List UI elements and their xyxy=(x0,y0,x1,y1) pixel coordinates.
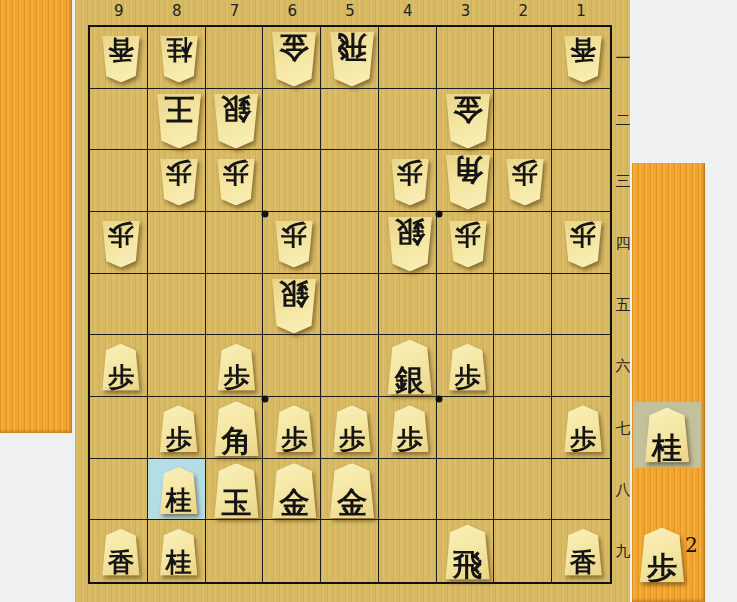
gote-piece-銀-44[interactable]: 銀 xyxy=(387,216,433,271)
piece-kanji: 歩 xyxy=(223,363,249,390)
sente-piece-角-77[interactable]: 角 xyxy=(213,401,259,456)
piece-kanji: 銀 xyxy=(221,93,251,125)
file-label-4: 4 xyxy=(403,2,413,20)
gote-piece-歩-34[interactable]: 歩 xyxy=(448,220,487,267)
piece-kanji: 歩 xyxy=(455,220,481,247)
square-2-1[interactable] xyxy=(494,27,552,89)
sente-hand-piece-歩[interactable]: 歩 xyxy=(639,528,685,583)
square-2-4[interactable] xyxy=(494,212,552,274)
piece-kanji: 歩 xyxy=(455,363,481,390)
gote-piece-金-61[interactable]: 金 xyxy=(271,31,317,86)
piece-kanji: 歩 xyxy=(108,220,134,247)
gote-piece-王-82[interactable]: 王 xyxy=(156,93,202,148)
piece-tile: 桂 xyxy=(644,408,690,463)
square-4-1[interactable] xyxy=(379,27,437,89)
piece-tile: 角 xyxy=(445,155,491,210)
square-3-7[interactable] xyxy=(437,397,495,459)
square-5-4[interactable] xyxy=(321,212,379,274)
gote-piece-歩-94[interactable]: 歩 xyxy=(101,220,140,267)
piece-tile: 金 xyxy=(271,31,317,86)
piece-tile: 飛 xyxy=(329,31,375,86)
piece-kanji: 飛 xyxy=(453,548,483,580)
square-1-3[interactable] xyxy=(552,150,610,212)
square-3-5[interactable] xyxy=(437,274,495,336)
square-1-8[interactable] xyxy=(552,459,610,521)
gote-piece-金-32[interactable]: 金 xyxy=(445,93,491,148)
piece-tile: 歩 xyxy=(217,159,256,206)
piece-tile: 銀 xyxy=(387,216,433,271)
piece-tile: 歩 xyxy=(448,220,487,267)
square-9-3[interactable] xyxy=(90,150,148,212)
rank-label-6: 六 xyxy=(616,357,631,376)
sente-piece-歩-67[interactable]: 歩 xyxy=(275,405,314,452)
piece-kanji: 歩 xyxy=(397,159,423,186)
piece-tile: 金 xyxy=(329,463,375,518)
piece-kanji: 歩 xyxy=(108,363,134,390)
piece-tile: 歩 xyxy=(564,405,603,452)
piece-kanji: 歩 xyxy=(166,159,192,186)
piece-kanji: 歩 xyxy=(570,425,596,452)
piece-kanji: 歩 xyxy=(512,159,538,186)
square-2-2[interactable] xyxy=(494,89,552,151)
piece-tile: 歩 xyxy=(159,159,198,206)
board-grid[interactable]: 香桂金飛香王銀金歩歩歩角歩歩歩銀歩歩銀歩歩銀歩歩角歩歩歩歩桂玉金金香桂飛香 xyxy=(88,25,612,584)
piece-tile: 桂 xyxy=(159,467,198,514)
sente-piece-香-19[interactable]: 香 xyxy=(564,529,603,576)
sente-piece-歩-87[interactable]: 歩 xyxy=(159,405,198,452)
piece-kanji: 歩 xyxy=(647,551,677,583)
gote-hand-stand xyxy=(0,0,72,433)
piece-tile: 金 xyxy=(271,463,317,518)
square-4-5[interactable] xyxy=(379,274,437,336)
piece-tile: 王 xyxy=(156,93,202,148)
gote-piece-歩-43[interactable]: 歩 xyxy=(390,159,429,206)
file-label-6: 6 xyxy=(287,2,297,20)
sente-hand-stand: 桂歩2 xyxy=(632,163,705,602)
piece-tile: 歩 xyxy=(333,405,372,452)
piece-kanji: 飛 xyxy=(337,31,367,63)
piece-tile: 香 xyxy=(564,35,603,82)
file-label-1: 1 xyxy=(576,2,586,20)
piece-kanji: 金 xyxy=(453,93,483,125)
piece-kanji: 歩 xyxy=(223,159,249,186)
square-7-5[interactable] xyxy=(206,274,264,336)
square-2-9[interactable] xyxy=(494,520,552,582)
piece-kanji: 金 xyxy=(337,487,367,519)
piece-kanji: 銀 xyxy=(279,278,309,310)
sente-piece-桂-89[interactable]: 桂 xyxy=(159,529,198,576)
piece-kanji: 桂 xyxy=(166,35,192,62)
square-2-7[interactable] xyxy=(494,397,552,459)
square-5-6[interactable] xyxy=(321,335,379,397)
sente-piece-銀-46[interactable]: 銀 xyxy=(387,340,433,395)
piece-tile: 桂 xyxy=(159,529,198,576)
piece-tile: 歩 xyxy=(639,528,685,583)
piece-tile: 歩 xyxy=(448,344,487,391)
square-7-1[interactable] xyxy=(206,27,264,89)
piece-tile: 歩 xyxy=(101,344,140,391)
sente-piece-金-58[interactable]: 金 xyxy=(329,463,375,518)
rank-label-8: 八 xyxy=(616,480,631,499)
file-label-2: 2 xyxy=(519,2,529,20)
square-1-5[interactable] xyxy=(552,274,610,336)
piece-kanji: 歩 xyxy=(397,425,423,452)
piece-tile: 角 xyxy=(213,401,259,456)
shogi-board: 987654321 一二三四五六七八九 香桂金飛香王銀金歩歩歩角歩歩歩銀歩歩銀歩… xyxy=(75,0,630,602)
piece-tile: 金 xyxy=(445,93,491,148)
piece-kanji: 金 xyxy=(279,31,309,63)
piece-kanji: 金 xyxy=(279,487,309,519)
square-7-9[interactable] xyxy=(206,520,264,582)
square-7-4[interactable] xyxy=(206,212,264,274)
sente-piece-歩-76[interactable]: 歩 xyxy=(217,344,256,391)
gote-piece-桂-81[interactable]: 桂 xyxy=(159,35,198,82)
file-labels: 987654321 xyxy=(88,0,612,24)
piece-kanji: 桂 xyxy=(166,487,192,514)
star-point xyxy=(262,211,269,218)
piece-kanji: 歩 xyxy=(281,425,307,452)
square-6-2[interactable] xyxy=(263,89,321,151)
piece-tile: 歩 xyxy=(390,159,429,206)
square-6-6[interactable] xyxy=(263,335,321,397)
rank-label-1: 一 xyxy=(616,48,631,67)
piece-tile: 歩 xyxy=(564,220,603,267)
rank-label-9: 九 xyxy=(616,542,631,561)
square-3-8[interactable] xyxy=(437,459,495,521)
square-5-5[interactable] xyxy=(321,274,379,336)
square-9-2[interactable] xyxy=(90,89,148,151)
gote-piece-歩-73[interactable]: 歩 xyxy=(217,159,256,206)
piece-kanji: 香 xyxy=(570,548,596,575)
piece-kanji: 銀 xyxy=(395,363,425,395)
piece-kanji: 香 xyxy=(108,548,134,575)
file-label-3: 3 xyxy=(461,2,471,20)
square-8-4[interactable] xyxy=(148,212,206,274)
rank-label-3: 三 xyxy=(616,172,631,191)
star-point xyxy=(435,211,442,218)
piece-kanji: 歩 xyxy=(166,425,192,452)
star-point xyxy=(262,396,269,403)
sente-piece-桂-88[interactable]: 桂 xyxy=(159,467,198,514)
square-8-5[interactable] xyxy=(148,274,206,336)
file-label-9: 9 xyxy=(114,2,124,20)
square-2-6[interactable] xyxy=(494,335,552,397)
piece-tile: 歩 xyxy=(159,405,198,452)
rank-label-7: 七 xyxy=(616,418,631,437)
square-9-7[interactable] xyxy=(90,397,148,459)
square-4-9[interactable] xyxy=(379,520,437,582)
piece-tile: 歩 xyxy=(390,405,429,452)
sente-piece-歩-96[interactable]: 歩 xyxy=(101,344,140,391)
gote-piece-歩-23[interactable]: 歩 xyxy=(506,159,545,206)
piece-kanji: 銀 xyxy=(395,216,425,248)
sente-piece-香-99[interactable]: 香 xyxy=(101,529,140,576)
gote-piece-香-11[interactable]: 香 xyxy=(564,35,603,82)
piece-kanji: 桂 xyxy=(652,431,682,463)
rank-label-5: 五 xyxy=(616,295,631,314)
file-label-5: 5 xyxy=(345,2,355,20)
piece-kanji: 王 xyxy=(164,93,194,125)
piece-tile: 桂 xyxy=(159,35,198,82)
gote-piece-歩-64[interactable]: 歩 xyxy=(275,220,314,267)
rank-labels: 一二三四五六七八九 xyxy=(612,25,634,584)
gote-piece-角-33[interactable]: 角 xyxy=(445,155,491,210)
piece-tile: 香 xyxy=(101,529,140,576)
piece-tile: 銀 xyxy=(213,93,259,148)
sente-piece-歩-57[interactable]: 歩 xyxy=(333,405,372,452)
piece-kanji: 玉 xyxy=(221,487,251,519)
piece-tile: 歩 xyxy=(275,220,314,267)
square-1-6[interactable] xyxy=(552,335,610,397)
piece-tile: 歩 xyxy=(217,344,256,391)
piece-tile: 飛 xyxy=(445,525,491,580)
piece-tile: 銀 xyxy=(271,278,317,333)
gote-piece-銀-72[interactable]: 銀 xyxy=(213,93,259,148)
square-9-5[interactable] xyxy=(90,274,148,336)
piece-tile: 歩 xyxy=(275,405,314,452)
square-5-2[interactable] xyxy=(321,89,379,151)
square-9-8[interactable] xyxy=(90,459,148,521)
square-6-9[interactable] xyxy=(263,520,321,582)
piece-tile: 玉 xyxy=(213,463,259,518)
sente-piece-飛-39[interactable]: 飛 xyxy=(445,525,491,580)
sente-piece-金-68[interactable]: 金 xyxy=(271,463,317,518)
square-5-9[interactable] xyxy=(321,520,379,582)
square-5-3[interactable] xyxy=(321,150,379,212)
square-6-3[interactable] xyxy=(263,150,321,212)
star-point xyxy=(435,396,442,403)
piece-kanji: 歩 xyxy=(339,425,365,452)
piece-tile: 香 xyxy=(564,529,603,576)
piece-kanji: 角 xyxy=(221,425,251,457)
rank-label-2: 二 xyxy=(616,110,631,129)
sente-piece-歩-47[interactable]: 歩 xyxy=(390,405,429,452)
square-3-1[interactable] xyxy=(437,27,495,89)
square-8-6[interactable] xyxy=(148,335,206,397)
piece-tile: 歩 xyxy=(506,159,545,206)
rank-label-4: 四 xyxy=(616,233,631,252)
square-2-8[interactable] xyxy=(494,459,552,521)
piece-tile: 香 xyxy=(101,35,140,82)
piece-kanji: 角 xyxy=(453,155,483,187)
square-1-2[interactable] xyxy=(552,89,610,151)
piece-kanji: 歩 xyxy=(281,220,307,247)
file-label-8: 8 xyxy=(172,2,182,20)
hand-piece-count: 2 xyxy=(685,533,698,557)
sente-hand-piece-桂[interactable]: 桂 xyxy=(644,408,690,463)
square-2-5[interactable] xyxy=(494,274,552,336)
piece-tile: 歩 xyxy=(101,220,140,267)
piece-tile: 銀 xyxy=(387,340,433,395)
square-4-8[interactable] xyxy=(379,459,437,521)
gote-piece-歩-83[interactable]: 歩 xyxy=(159,159,198,206)
gote-piece-歩-14[interactable]: 歩 xyxy=(564,220,603,267)
sente-piece-歩-36[interactable]: 歩 xyxy=(448,344,487,391)
gote-piece-銀-65[interactable]: 銀 xyxy=(271,278,317,333)
file-label-7: 7 xyxy=(230,2,240,20)
gote-piece-飛-51[interactable]: 飛 xyxy=(329,31,375,86)
square-4-2[interactable] xyxy=(379,89,437,151)
piece-kanji: 香 xyxy=(570,35,596,62)
piece-kanji: 歩 xyxy=(570,220,596,247)
sente-piece-玉-78[interactable]: 玉 xyxy=(213,463,259,518)
piece-kanji: 香 xyxy=(108,35,134,62)
piece-kanji: 桂 xyxy=(166,548,192,575)
gote-piece-香-91[interactable]: 香 xyxy=(101,35,140,82)
sente-piece-歩-17[interactable]: 歩 xyxy=(564,405,603,452)
